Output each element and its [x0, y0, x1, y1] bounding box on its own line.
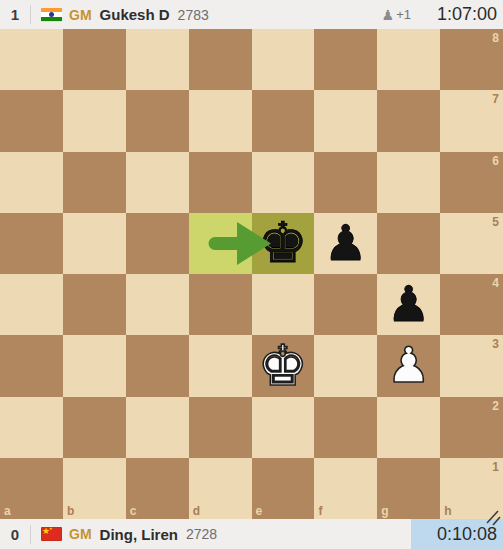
square-e5: ♚	[252, 213, 315, 274]
square-b6	[63, 152, 126, 213]
square-e4	[252, 274, 315, 335]
square-b4	[63, 274, 126, 335]
bottom-player-name: Ding, Liren	[100, 526, 178, 543]
white-king: ♚	[258, 338, 308, 394]
bottom-player-rating: 2728	[186, 526, 217, 542]
coord-file-a: a	[4, 505, 11, 517]
square-b5	[63, 213, 126, 274]
square-a8	[0, 29, 63, 90]
square-f6	[314, 152, 377, 213]
coord-rank-3: 3	[492, 338, 499, 350]
square-b7	[63, 90, 126, 151]
square-a4	[0, 274, 63, 335]
square-c4	[126, 274, 189, 335]
square-f2	[314, 397, 377, 458]
coord-rank-1: 1	[492, 461, 499, 473]
square-g2	[377, 397, 440, 458]
square-e8	[252, 29, 315, 90]
material-advantage: ♟ +1	[382, 7, 411, 22]
square-g6	[377, 152, 440, 213]
india-flag-icon	[41, 8, 62, 22]
square-c6	[126, 152, 189, 213]
china-flag-icon: ★ ★	[41, 527, 62, 541]
bottom-player-title: GM	[69, 526, 92, 542]
chess-broadcast-widget: 1 GM Gukesh D 2783 ♟ +1 1:07:00 876♚♟5♟4…	[0, 0, 503, 549]
square-e6	[252, 152, 315, 213]
pawn-icon: ♟	[382, 8, 395, 22]
coord-file-c: c	[130, 505, 137, 517]
square-b3	[63, 335, 126, 396]
square-g7	[377, 90, 440, 151]
square-d3	[189, 335, 252, 396]
square-g3: ♟	[377, 335, 440, 396]
square-d6	[189, 152, 252, 213]
square-e1: e	[252, 458, 315, 519]
square-f3	[314, 335, 377, 396]
square-f8	[314, 29, 377, 90]
coord-file-f: f	[318, 505, 322, 517]
square-h5: 5	[440, 213, 503, 274]
square-g8	[377, 29, 440, 90]
square-h3: 3	[440, 335, 503, 396]
square-f5: ♟	[314, 213, 377, 274]
coord-rank-4: 4	[492, 277, 499, 289]
square-e7	[252, 90, 315, 151]
square-d1: d	[189, 458, 252, 519]
bottom-player-score: 0	[0, 526, 30, 543]
square-h8: 8	[440, 29, 503, 90]
resize-handle-icon[interactable]	[485, 508, 501, 526]
square-f7	[314, 90, 377, 151]
top-player-clock: 1:07:00	[411, 0, 503, 29]
score-divider	[30, 5, 31, 24]
coord-rank-5: 5	[492, 216, 499, 228]
black-king: ♚	[258, 215, 308, 271]
square-g5	[377, 213, 440, 274]
top-player-score: 1	[0, 6, 30, 23]
square-h7: 7	[440, 90, 503, 151]
chess-board: 876♚♟5♟4♚♟32abcdefg1h	[0, 29, 503, 519]
square-a6	[0, 152, 63, 213]
square-h2: 2	[440, 397, 503, 458]
square-a5	[0, 213, 63, 274]
square-d2	[189, 397, 252, 458]
square-d8	[189, 29, 252, 90]
top-player-rating: 2783	[178, 7, 209, 23]
coord-file-g: g	[381, 505, 388, 517]
square-a7	[0, 90, 63, 151]
square-b1: b	[63, 458, 126, 519]
square-e2	[252, 397, 315, 458]
square-c2	[126, 397, 189, 458]
square-a1: a	[0, 458, 63, 519]
square-d5	[189, 213, 252, 274]
square-c5	[126, 213, 189, 274]
square-f4	[314, 274, 377, 335]
black-pawn: ♟	[387, 280, 431, 329]
top-player-bar: 1 GM Gukesh D 2783 ♟ +1 1:07:00	[0, 0, 503, 29]
square-g1: g	[377, 458, 440, 519]
coord-file-b: b	[67, 505, 74, 517]
score-divider	[30, 525, 31, 544]
square-d4	[189, 274, 252, 335]
square-c8	[126, 29, 189, 90]
square-g4: ♟	[377, 274, 440, 335]
square-e3: ♚	[252, 335, 315, 396]
black-pawn: ♟	[324, 219, 368, 268]
square-c1: c	[126, 458, 189, 519]
top-player-title: GM	[69, 7, 92, 23]
square-f1: f	[314, 458, 377, 519]
coord-rank-7: 7	[492, 93, 499, 105]
square-c7	[126, 90, 189, 151]
square-a3	[0, 335, 63, 396]
square-c3	[126, 335, 189, 396]
square-a2	[0, 397, 63, 458]
bottom-player-bar: 0 ★ ★ GM Ding, Liren 2728 0:10:08	[0, 519, 503, 549]
coord-rank-8: 8	[492, 32, 499, 44]
square-h6: 6	[440, 152, 503, 213]
square-b2	[63, 397, 126, 458]
coord-rank-6: 6	[492, 155, 499, 167]
coord-file-e: e	[256, 505, 263, 517]
white-pawn: ♟	[387, 341, 431, 390]
square-h4: 4	[440, 274, 503, 335]
top-player-name: Gukesh D	[100, 6, 170, 23]
coord-file-d: d	[193, 505, 200, 517]
square-b8	[63, 29, 126, 90]
coord-rank-2: 2	[492, 400, 499, 412]
coord-file-h: h	[444, 505, 451, 517]
square-d7	[189, 90, 252, 151]
material-advantage-value: +1	[396, 7, 411, 22]
